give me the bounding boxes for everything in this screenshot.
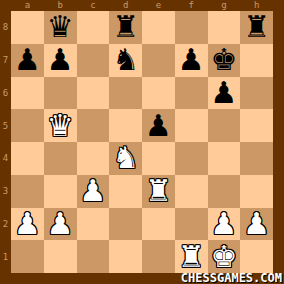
- square-h3[interactable]: [240, 175, 273, 208]
- square-h5[interactable]: [240, 109, 273, 142]
- square-g7[interactable]: ♚: [208, 44, 241, 77]
- black-rook-h8[interactable]: ♜: [243, 12, 270, 42]
- square-f6[interactable]: [175, 77, 208, 110]
- rank-label-2: 2: [0, 208, 11, 241]
- square-d3[interactable]: [109, 175, 142, 208]
- file-label-f: f: [175, 0, 208, 11]
- black-king-g7[interactable]: ♚: [210, 45, 237, 75]
- white-queen-b5[interactable]: ♛: [47, 111, 74, 141]
- rank-label-1: 1: [0, 240, 11, 273]
- black-pawn-e5[interactable]: ♟: [145, 111, 172, 141]
- white-knight-d4[interactable]: ♞: [112, 143, 139, 173]
- white-pawn-a2[interactable]: ♟: [14, 209, 41, 239]
- square-e8[interactable]: [142, 11, 175, 44]
- square-g2[interactable]: ♟: [208, 208, 241, 241]
- rank-label-8: 8: [0, 11, 11, 44]
- file-label-a: a: [11, 0, 44, 11]
- square-e3[interactable]: ♜: [142, 175, 175, 208]
- square-f4[interactable]: [175, 142, 208, 175]
- square-e6[interactable]: [142, 77, 175, 110]
- square-d4[interactable]: ♞: [109, 142, 142, 175]
- square-c2[interactable]: [77, 208, 110, 241]
- square-h6[interactable]: [240, 77, 273, 110]
- square-e5[interactable]: ♟: [142, 109, 175, 142]
- white-king-g1[interactable]: ♚: [210, 242, 237, 272]
- square-g1[interactable]: ♚: [208, 240, 241, 273]
- square-d8[interactable]: ♜: [109, 11, 142, 44]
- square-e2[interactable]: [142, 208, 175, 241]
- square-b3[interactable]: [44, 175, 77, 208]
- square-c4[interactable]: [77, 142, 110, 175]
- square-h1[interactable]: [240, 240, 273, 273]
- square-d2[interactable]: [109, 208, 142, 241]
- black-rook-d8[interactable]: ♜: [112, 12, 139, 42]
- square-a3[interactable]: [11, 175, 44, 208]
- black-knight-d7[interactable]: ♞: [112, 45, 139, 75]
- square-b4[interactable]: [44, 142, 77, 175]
- square-a2[interactable]: ♟: [11, 208, 44, 241]
- square-e4[interactable]: [142, 142, 175, 175]
- square-a8[interactable]: [11, 11, 44, 44]
- square-d6[interactable]: [109, 77, 142, 110]
- black-pawn-b7[interactable]: ♟: [47, 45, 74, 75]
- square-b8[interactable]: ♛: [44, 11, 77, 44]
- square-b7[interactable]: ♟: [44, 44, 77, 77]
- square-f8[interactable]: [175, 11, 208, 44]
- square-d7[interactable]: ♞: [109, 44, 142, 77]
- square-g4[interactable]: [208, 142, 241, 175]
- square-b6[interactable]: [44, 77, 77, 110]
- square-g8[interactable]: [208, 11, 241, 44]
- black-pawn-f7[interactable]: ♟: [178, 45, 205, 75]
- square-f7[interactable]: ♟: [175, 44, 208, 77]
- square-f2[interactable]: [175, 208, 208, 241]
- square-g3[interactable]: [208, 175, 241, 208]
- rank-label-7: 7: [0, 44, 11, 77]
- file-label-c: c: [77, 0, 110, 11]
- rank-label-6: 6: [0, 77, 11, 110]
- square-c5[interactable]: [77, 109, 110, 142]
- square-c6[interactable]: [77, 77, 110, 110]
- square-c3[interactable]: ♟: [77, 175, 110, 208]
- square-d5[interactable]: [109, 109, 142, 142]
- rank-label-3: 3: [0, 175, 11, 208]
- square-g5[interactable]: [208, 109, 241, 142]
- square-f3[interactable]: [175, 175, 208, 208]
- white-pawn-g2[interactable]: ♟: [210, 209, 237, 239]
- square-b5[interactable]: ♛: [44, 109, 77, 142]
- black-queen-b8[interactable]: ♛: [47, 12, 74, 42]
- white-pawn-b2[interactable]: ♟: [47, 209, 74, 239]
- rank-label-4: 4: [0, 142, 11, 175]
- chess-diagram: abcdefgh 87654321 ♛♜♜♟♟♞♟♚♟♛♟♞♟♜♟♟♟♟♜♚ C…: [0, 0, 284, 284]
- black-pawn-g6[interactable]: ♟: [210, 78, 237, 108]
- white-pawn-c3[interactable]: ♟: [79, 176, 106, 206]
- square-b1[interactable]: [44, 240, 77, 273]
- square-e1[interactable]: [142, 240, 175, 273]
- file-label-g: g: [208, 0, 241, 11]
- square-f1[interactable]: ♜: [175, 240, 208, 273]
- square-b2[interactable]: ♟: [44, 208, 77, 241]
- square-a5[interactable]: [11, 109, 44, 142]
- black-pawn-a7[interactable]: ♟: [14, 45, 41, 75]
- site-watermark: CHESSGAMES.COM: [181, 272, 282, 284]
- square-h4[interactable]: [240, 142, 273, 175]
- square-h7[interactable]: [240, 44, 273, 77]
- white-rook-f1[interactable]: ♜: [178, 242, 205, 272]
- white-pawn-h2[interactable]: ♟: [243, 209, 270, 239]
- square-d1[interactable]: [109, 240, 142, 273]
- square-c1[interactable]: [77, 240, 110, 273]
- square-a1[interactable]: [11, 240, 44, 273]
- file-label-e: e: [142, 0, 175, 11]
- square-c8[interactable]: [77, 11, 110, 44]
- square-e7[interactable]: [142, 44, 175, 77]
- square-c7[interactable]: [77, 44, 110, 77]
- rank-labels: 87654321: [0, 11, 11, 273]
- board: ♛♜♜♟♟♞♟♚♟♛♟♞♟♜♟♟♟♟♜♚: [11, 11, 273, 273]
- square-h8[interactable]: ♜: [240, 11, 273, 44]
- white-rook-e3[interactable]: ♜: [145, 176, 172, 206]
- square-a4[interactable]: [11, 142, 44, 175]
- square-g6[interactable]: ♟: [208, 77, 241, 110]
- square-h2[interactable]: ♟: [240, 208, 273, 241]
- rank-label-5: 5: [0, 109, 11, 142]
- square-a6[interactable]: [11, 77, 44, 110]
- square-f5[interactable]: [175, 109, 208, 142]
- square-a7[interactable]: ♟: [11, 44, 44, 77]
